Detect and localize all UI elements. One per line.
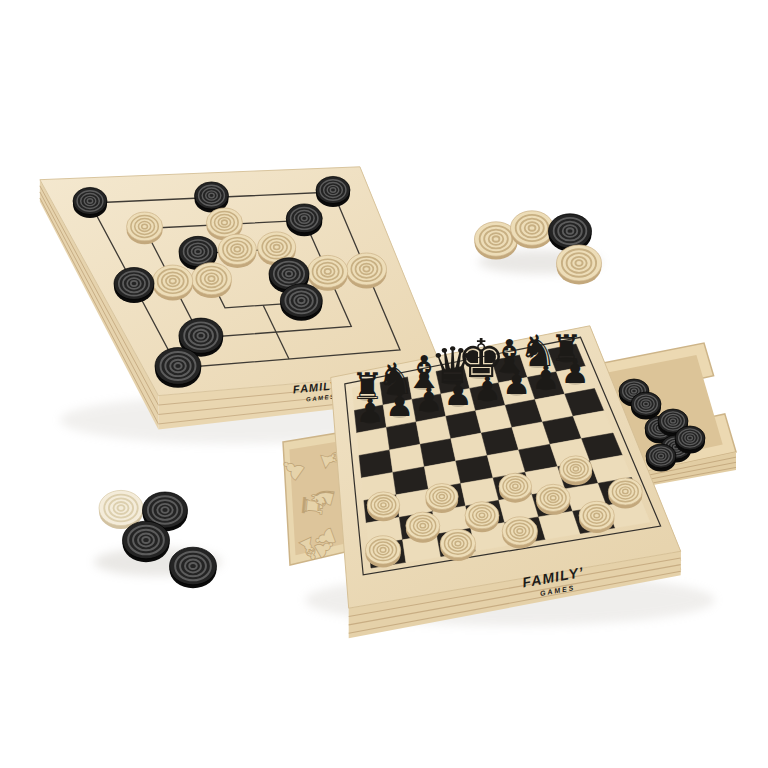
morris-piece-black <box>316 176 350 207</box>
scene: FAMILY’ GAMES ♟♝♟♜♞♟♝♟♜♟ FAMILY’ GAMES ♜… <box>0 0 768 768</box>
loose-checker-black <box>170 547 217 588</box>
board-checker-natural <box>465 502 499 533</box>
board-checker-natural <box>367 492 400 521</box>
morris-piece-black <box>155 348 201 388</box>
board-checker-natural <box>499 473 532 502</box>
morris-piece-natural <box>347 253 387 288</box>
chess-piece-pawn: ♟ <box>502 364 531 402</box>
board-checker-natural <box>579 501 614 533</box>
drawer-checker-black <box>631 392 661 419</box>
morris-piece-natural <box>218 234 256 268</box>
board-checker-natural <box>426 484 459 513</box>
chess-piece-pawn: ♟ <box>473 370 502 408</box>
morris-piece-natural <box>127 212 163 244</box>
loose-checker-natural <box>557 245 602 284</box>
morris-piece-natural <box>153 265 193 300</box>
board-checker-natural <box>502 517 537 549</box>
chess-piece-pawn: ♟ <box>414 381 443 419</box>
chess-piece-pawn: ♟ <box>443 375 472 413</box>
board-checker-natural <box>406 512 440 543</box>
drawer-checker-black <box>646 444 676 471</box>
board-checker-natural <box>440 529 475 561</box>
board-checker-natural <box>608 478 642 509</box>
morris-piece-natural <box>192 263 232 298</box>
morris-piece-black <box>280 284 322 321</box>
board-checker-natural <box>536 484 570 515</box>
board-checker-natural <box>560 456 593 485</box>
morris-piece-natural <box>308 255 348 290</box>
loose-checker-natural <box>511 211 554 249</box>
chess-piece-pawn: ♟ <box>531 359 560 397</box>
chess-piece-pawn: ♟ <box>356 392 385 430</box>
product-photo-stage: FAMILY’ GAMES ♟♝♟♜♞♟♝♟♜♟ FAMILY’ GAMES ♜… <box>0 0 768 768</box>
morris-piece-black <box>73 187 107 218</box>
drawer-checker-black <box>675 426 705 453</box>
chess-piece-pawn: ♟ <box>561 353 590 391</box>
loose-checker-black <box>123 521 170 562</box>
chess-piece-pawn: ♟ <box>385 386 414 424</box>
morris-piece-black <box>286 204 322 236</box>
morris-piece-black <box>114 268 154 303</box>
board-checker-natural <box>365 536 400 568</box>
